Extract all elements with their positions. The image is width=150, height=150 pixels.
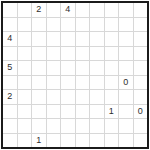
cell-r0c3[interactable]: [47, 3, 61, 17]
cell-r2c6[interactable]: [90, 32, 104, 46]
cell-r9c9[interactable]: [134, 134, 148, 148]
cell-r4c4[interactable]: [61, 61, 75, 75]
cell-r5c0[interactable]: [3, 76, 17, 90]
cell-r3c3[interactable]: [47, 47, 61, 61]
cell-r4c3[interactable]: [47, 61, 61, 75]
cell-r1c7[interactable]: [105, 18, 119, 32]
cell-r3c9[interactable]: [134, 47, 148, 61]
cell-r1c4[interactable]: [61, 18, 75, 32]
cell-r6c4[interactable]: [61, 90, 75, 104]
cell-r3c8[interactable]: [119, 47, 133, 61]
clue-cell-r9c2[interactable]: 1: [32, 134, 46, 148]
cell-r7c1[interactable]: [18, 105, 32, 119]
cell-r3c6[interactable]: [90, 47, 104, 61]
cell-r2c1[interactable]: [18, 32, 32, 46]
cell-r2c8[interactable]: [119, 32, 133, 46]
cell-r2c3[interactable]: [47, 32, 61, 46]
cell-r7c6[interactable]: [90, 105, 104, 119]
cell-r2c5[interactable]: [76, 32, 90, 46]
cell-r4c5[interactable]: [76, 61, 90, 75]
cell-r8c5[interactable]: [76, 119, 90, 133]
cell-r8c3[interactable]: [47, 119, 61, 133]
cell-r9c6[interactable]: [90, 134, 104, 148]
cell-r3c7[interactable]: [105, 47, 119, 61]
cell-r0c5[interactable]: [76, 3, 90, 17]
cell-r8c7[interactable]: [105, 119, 119, 133]
cell-r4c8[interactable]: [119, 61, 133, 75]
cell-r1c3[interactable]: [47, 18, 61, 32]
cell-r4c9[interactable]: [134, 61, 148, 75]
cell-r8c0[interactable]: [3, 119, 17, 133]
cell-r0c8[interactable]: [119, 3, 133, 17]
clue-cell-r5c8[interactable]: 0: [119, 76, 133, 90]
cell-r2c4[interactable]: [61, 32, 75, 46]
clue-cell-r7c7[interactable]: 1: [105, 105, 119, 119]
cell-r6c3[interactable]: [47, 90, 61, 104]
cell-r1c2[interactable]: [32, 18, 46, 32]
cell-r9c3[interactable]: [47, 134, 61, 148]
cell-r8c8[interactable]: [119, 119, 133, 133]
cell-r4c2[interactable]: [32, 61, 46, 75]
cell-r8c6[interactable]: [90, 119, 104, 133]
cell-r7c8[interactable]: [119, 105, 133, 119]
cell-r4c6[interactable]: [90, 61, 104, 75]
cell-r1c5[interactable]: [76, 18, 90, 32]
cell-r9c8[interactable]: [119, 134, 133, 148]
cell-r3c0[interactable]: [3, 47, 17, 61]
cell-r6c1[interactable]: [18, 90, 32, 104]
cell-r2c2[interactable]: [32, 32, 46, 46]
clue-cell-r0c2[interactable]: 2: [32, 3, 46, 17]
cell-r0c0[interactable]: [3, 3, 17, 17]
cell-r1c1[interactable]: [18, 18, 32, 32]
cell-r5c7[interactable]: [105, 76, 119, 90]
clue-cell-r2c0[interactable]: 4: [3, 32, 17, 46]
cell-r5c3[interactable]: [47, 76, 61, 90]
cell-r6c9[interactable]: [134, 90, 148, 104]
cell-r2c7[interactable]: [105, 32, 119, 46]
cell-r5c5[interactable]: [76, 76, 90, 90]
clue-cell-r7c9[interactable]: 0: [134, 105, 148, 119]
cell-r5c2[interactable]: [32, 76, 46, 90]
cell-r5c4[interactable]: [61, 76, 75, 90]
cell-r7c2[interactable]: [32, 105, 46, 119]
cell-r1c0[interactable]: [3, 18, 17, 32]
cell-r6c7[interactable]: [105, 90, 119, 104]
cell-r0c1[interactable]: [18, 3, 32, 17]
cell-r7c5[interactable]: [76, 105, 90, 119]
clue-cell-r0c4[interactable]: 4: [61, 3, 75, 17]
cell-r1c6[interactable]: [90, 18, 104, 32]
cell-r7c3[interactable]: [47, 105, 61, 119]
cell-r0c9[interactable]: [134, 3, 148, 17]
puzzle-board: 244502101: [1, 1, 149, 149]
cell-r6c8[interactable]: [119, 90, 133, 104]
cell-r4c7[interactable]: [105, 61, 119, 75]
cell-r6c2[interactable]: [32, 90, 46, 104]
cell-r0c6[interactable]: [90, 3, 104, 17]
cell-r2c9[interactable]: [134, 32, 148, 46]
clue-cell-r4c0[interactable]: 5: [3, 61, 17, 75]
cell-r6c5[interactable]: [76, 90, 90, 104]
cell-r3c2[interactable]: [32, 47, 46, 61]
cell-r8c4[interactable]: [61, 119, 75, 133]
cell-r0c7[interactable]: [105, 3, 119, 17]
cell-r1c9[interactable]: [134, 18, 148, 32]
cell-r5c9[interactable]: [134, 76, 148, 90]
cell-r3c4[interactable]: [61, 47, 75, 61]
cell-r9c0[interactable]: [3, 134, 17, 148]
cell-r5c1[interactable]: [18, 76, 32, 90]
cell-r6c6[interactable]: [90, 90, 104, 104]
cell-r8c1[interactable]: [18, 119, 32, 133]
cell-r5c6[interactable]: [90, 76, 104, 90]
cell-r7c4[interactable]: [61, 105, 75, 119]
cell-r7c0[interactable]: [3, 105, 17, 119]
cell-r4c1[interactable]: [18, 61, 32, 75]
cell-r1c8[interactable]: [119, 18, 133, 32]
cell-r8c9[interactable]: [134, 119, 148, 133]
cell-r9c7[interactable]: [105, 134, 119, 148]
cell-r9c5[interactable]: [76, 134, 90, 148]
cell-r3c5[interactable]: [76, 47, 90, 61]
cell-r8c2[interactable]: [32, 119, 46, 133]
cell-r3c1[interactable]: [18, 47, 32, 61]
clue-cell-r6c0[interactable]: 2: [3, 90, 17, 104]
cell-r9c4[interactable]: [61, 134, 75, 148]
cell-r9c1[interactable]: [18, 134, 32, 148]
